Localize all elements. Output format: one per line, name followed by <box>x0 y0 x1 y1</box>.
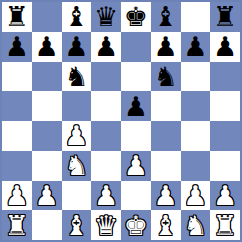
white-bishop[interactable]: ♝ <box>64 212 88 239</box>
square-h8[interactable]: ♜ <box>210 2 240 32</box>
square-b7[interactable]: ♟ <box>32 32 62 62</box>
square-c8[interactable]: ♝ <box>62 2 92 32</box>
black-rook[interactable]: ♜ <box>213 3 237 30</box>
square-g1[interactable]: ♞ <box>181 210 211 240</box>
square-f6[interactable]: ♞ <box>151 62 181 92</box>
board-grid: ♜♝♛♚♝♜♟♟♟♟♟♟♟♞♞♟♟♞♟♟♟♟♟♟♟♜♝♛♚♝♞♜ <box>2 2 240 240</box>
square-e5[interactable]: ♟ <box>121 91 151 121</box>
square-b8[interactable] <box>32 2 62 32</box>
square-d7[interactable]: ♟ <box>91 32 121 62</box>
white-pawn[interactable]: ♟ <box>64 122 88 149</box>
black-knight[interactable]: ♞ <box>154 63 178 90</box>
white-pawn[interactable]: ♟ <box>94 182 118 209</box>
square-h6[interactable] <box>210 62 240 92</box>
square-h5[interactable] <box>210 91 240 121</box>
black-queen[interactable]: ♛ <box>94 3 118 30</box>
square-c2[interactable] <box>62 181 92 211</box>
square-c4[interactable]: ♟ <box>62 121 92 151</box>
square-f7[interactable]: ♟ <box>151 32 181 62</box>
square-a1[interactable]: ♜ <box>2 210 32 240</box>
square-g2[interactable]: ♟ <box>181 181 211 211</box>
square-e4[interactable] <box>121 121 151 151</box>
square-h4[interactable] <box>210 121 240 151</box>
black-rook[interactable]: ♜ <box>5 3 29 30</box>
square-a3[interactable] <box>2 151 32 181</box>
white-rook[interactable]: ♜ <box>5 212 29 239</box>
black-bishop[interactable]: ♝ <box>154 3 178 30</box>
black-pawn[interactable]: ♟ <box>35 33 59 60</box>
square-e3[interactable]: ♟ <box>121 151 151 181</box>
black-knight[interactable]: ♞ <box>64 63 88 90</box>
square-h1[interactable]: ♜ <box>210 210 240 240</box>
square-d8[interactable]: ♛ <box>91 2 121 32</box>
black-pawn[interactable]: ♟ <box>154 33 178 60</box>
square-g7[interactable]: ♟ <box>181 32 211 62</box>
white-bishop[interactable]: ♝ <box>154 212 178 239</box>
square-a6[interactable] <box>2 62 32 92</box>
square-b6[interactable] <box>32 62 62 92</box>
black-king[interactable]: ♚ <box>124 3 148 30</box>
white-rook[interactable]: ♜ <box>213 212 237 239</box>
square-d5[interactable] <box>91 91 121 121</box>
black-pawn[interactable]: ♟ <box>94 33 118 60</box>
black-pawn[interactable]: ♟ <box>213 33 237 60</box>
square-g5[interactable] <box>181 91 211 121</box>
square-d4[interactable] <box>91 121 121 151</box>
white-queen[interactable]: ♛ <box>94 212 118 239</box>
square-g8[interactable] <box>181 2 211 32</box>
black-bishop[interactable]: ♝ <box>64 3 88 30</box>
white-pawn[interactable]: ♟ <box>5 182 29 209</box>
square-b1[interactable] <box>32 210 62 240</box>
square-b5[interactable] <box>32 91 62 121</box>
square-b2[interactable]: ♟ <box>32 181 62 211</box>
black-pawn[interactable]: ♟ <box>124 93 148 120</box>
square-b3[interactable] <box>32 151 62 181</box>
square-a2[interactable]: ♟ <box>2 181 32 211</box>
square-c3[interactable]: ♞ <box>62 151 92 181</box>
white-pawn[interactable]: ♟ <box>213 182 237 209</box>
square-g6[interactable] <box>181 62 211 92</box>
white-pawn[interactable]: ♟ <box>35 182 59 209</box>
square-e2[interactable] <box>121 181 151 211</box>
square-c5[interactable] <box>62 91 92 121</box>
black-pawn[interactable]: ♟ <box>5 33 29 60</box>
square-g3[interactable] <box>181 151 211 181</box>
square-f4[interactable] <box>151 121 181 151</box>
square-e6[interactable] <box>121 62 151 92</box>
square-a8[interactable]: ♜ <box>2 2 32 32</box>
black-pawn[interactable]: ♟ <box>183 33 207 60</box>
square-d1[interactable]: ♛ <box>91 210 121 240</box>
square-g4[interactable] <box>181 121 211 151</box>
chess-board: ♜♝♛♚♝♜♟♟♟♟♟♟♟♞♞♟♟♞♟♟♟♟♟♟♟♜♝♛♚♝♞♜ <box>0 0 242 242</box>
square-b4[interactable] <box>32 121 62 151</box>
square-e7[interactable] <box>121 32 151 62</box>
square-f2[interactable]: ♟ <box>151 181 181 211</box>
square-a7[interactable]: ♟ <box>2 32 32 62</box>
square-f3[interactable] <box>151 151 181 181</box>
square-h7[interactable]: ♟ <box>210 32 240 62</box>
black-pawn[interactable]: ♟ <box>64 33 88 60</box>
square-d2[interactable]: ♟ <box>91 181 121 211</box>
square-c6[interactable]: ♞ <box>62 62 92 92</box>
square-h2[interactable]: ♟ <box>210 181 240 211</box>
square-e8[interactable]: ♚ <box>121 2 151 32</box>
white-pawn[interactable]: ♟ <box>124 152 148 179</box>
square-d3[interactable] <box>91 151 121 181</box>
square-f1[interactable]: ♝ <box>151 210 181 240</box>
white-knight[interactable]: ♞ <box>183 212 207 239</box>
square-f8[interactable]: ♝ <box>151 2 181 32</box>
white-pawn[interactable]: ♟ <box>183 182 207 209</box>
square-a4[interactable] <box>2 121 32 151</box>
square-e1[interactable]: ♚ <box>121 210 151 240</box>
white-pawn[interactable]: ♟ <box>154 182 178 209</box>
square-h3[interactable] <box>210 151 240 181</box>
white-king[interactable]: ♚ <box>124 212 148 239</box>
white-knight[interactable]: ♞ <box>64 152 88 179</box>
square-a5[interactable] <box>2 91 32 121</box>
square-c1[interactable]: ♝ <box>62 210 92 240</box>
square-c7[interactable]: ♟ <box>62 32 92 62</box>
square-d6[interactable] <box>91 62 121 92</box>
square-f5[interactable] <box>151 91 181 121</box>
